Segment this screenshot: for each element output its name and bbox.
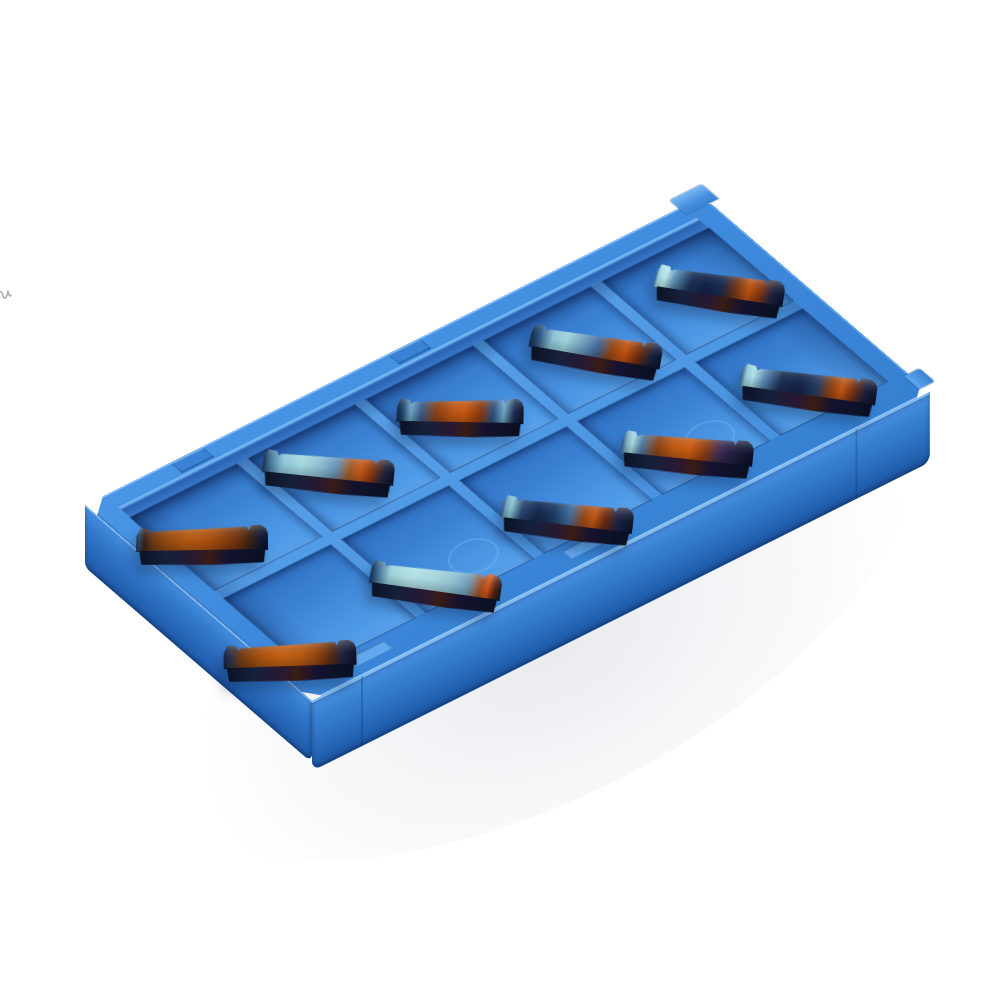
watermark-fragment bbox=[0, 284, 12, 310]
product-photo bbox=[0, 0, 1000, 1000]
